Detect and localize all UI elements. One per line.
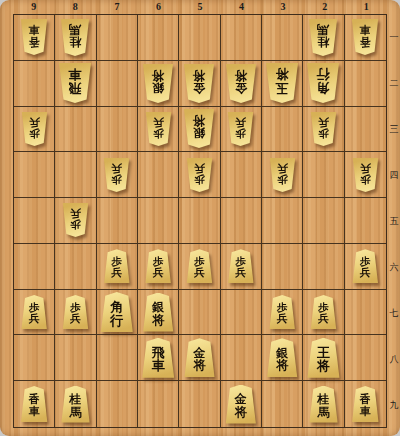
board-cell-4-3[interactable]: 歩兵 xyxy=(221,107,262,153)
piece-kanji: 香 xyxy=(29,394,40,405)
piece-face: 桂馬 xyxy=(60,386,90,423)
piece-kanji: 歩 xyxy=(29,127,40,138)
piece-silver-gote[interactable]: 銀将 xyxy=(183,109,215,148)
piece-knight-sente[interactable]: 桂馬 xyxy=(308,386,338,423)
board-cell-4-1[interactable] xyxy=(221,15,262,61)
piece-kanji: 飛 xyxy=(69,82,82,95)
piece-face: 歩兵 xyxy=(145,249,172,283)
piece-pawn-gote[interactable]: 歩兵 xyxy=(21,112,48,146)
piece-kanji: 金 xyxy=(235,393,247,405)
board-cell-7-9[interactable] xyxy=(97,381,138,427)
board-cell-5-7[interactable] xyxy=(179,290,220,336)
board-cell-5-8[interactable]: 金将 xyxy=(179,335,220,381)
piece-silver-sente[interactable]: 銀将 xyxy=(142,293,174,332)
piece-lance-sente[interactable]: 香車 xyxy=(20,386,48,422)
rank-label-5: 五 xyxy=(388,198,400,244)
rank-label-6: 六 xyxy=(388,244,400,290)
board-cell-1-8[interactable] xyxy=(345,335,386,381)
piece-kanji: 将 xyxy=(152,314,164,326)
board-cell-5-4[interactable]: 歩兵 xyxy=(179,152,220,198)
rank-label-8: 八 xyxy=(388,336,400,382)
piece-kanji: 兵 xyxy=(70,208,81,219)
board-cell-9-7[interactable]: 歩兵 xyxy=(14,290,55,336)
rank-coordinate-labels: 一二三四五六七八九 xyxy=(388,14,400,428)
piece-kanji: 兵 xyxy=(236,268,247,279)
piece-kanji: 銀 xyxy=(193,127,205,139)
piece-face: 香車 xyxy=(351,19,379,55)
board-cell-2-9[interactable]: 桂馬 xyxy=(303,381,344,427)
board-cell-7-7[interactable]: 角行 xyxy=(97,290,138,336)
rank-label-9: 九 xyxy=(388,382,400,428)
board-cell-1-2[interactable] xyxy=(345,61,386,107)
board-cell-2-2[interactable]: 角行 xyxy=(303,61,344,107)
piece-face: 香車 xyxy=(351,386,379,422)
piece-knight-gote[interactable]: 桂馬 xyxy=(60,19,90,56)
piece-kanji: 兵 xyxy=(29,117,40,128)
piece-kanji: 歩 xyxy=(236,127,247,138)
piece-kanji: 馬 xyxy=(69,24,81,36)
piece-face: 金将 xyxy=(183,338,215,377)
piece-kanji: 香 xyxy=(360,394,371,405)
piece-face: 歩兵 xyxy=(21,112,48,146)
board-cell-8-6[interactable] xyxy=(55,244,96,290)
piece-face: 歩兵 xyxy=(62,295,89,329)
piece-pawn-sente[interactable]: 歩兵 xyxy=(269,295,296,329)
board-cell-9-4[interactable] xyxy=(14,152,55,198)
piece-kanji: 桂 xyxy=(317,393,329,405)
piece-kanji: 銀 xyxy=(152,301,164,313)
piece-face: 銀将 xyxy=(142,293,174,332)
board-cell-6-1[interactable] xyxy=(138,15,179,61)
piece-pawn-gote[interactable]: 歩兵 xyxy=(352,158,379,192)
piece-face: 桂馬 xyxy=(308,19,338,56)
piece-face: 歩兵 xyxy=(269,295,296,329)
board-cell-7-3[interactable] xyxy=(97,107,138,153)
board-cell-1-1[interactable]: 香車 xyxy=(345,15,386,61)
piece-kanji: 兵 xyxy=(112,268,123,279)
piece-kanji: 将 xyxy=(152,69,164,81)
piece-kanji: 車 xyxy=(152,359,165,372)
piece-kanji: 桂 xyxy=(69,36,81,48)
board-cell-3-7[interactable]: 歩兵 xyxy=(262,290,303,336)
piece-pawn-sente[interactable]: 歩兵 xyxy=(21,295,48,329)
piece-face: 銀将 xyxy=(266,338,298,377)
board-cell-6-6[interactable]: 歩兵 xyxy=(138,244,179,290)
board-cell-6-8[interactable]: 飛車 xyxy=(138,335,179,381)
piece-kanji: 行 xyxy=(110,314,123,327)
file-label-7: 7 xyxy=(96,0,138,14)
piece-face: 角行 xyxy=(306,63,340,103)
piece-kanji: 歩 xyxy=(277,303,288,314)
board-cell-9-3[interactable]: 歩兵 xyxy=(14,107,55,153)
board-cell-8-3[interactable] xyxy=(55,107,96,153)
board-cell-1-4[interactable]: 歩兵 xyxy=(345,152,386,198)
board-cell-6-2[interactable]: 銀将 xyxy=(138,61,179,107)
board-cell-2-6[interactable] xyxy=(303,244,344,290)
board-cell-4-6[interactable]: 歩兵 xyxy=(221,244,262,290)
board-cell-5-6[interactable]: 歩兵 xyxy=(179,244,220,290)
piece-kanji: 兵 xyxy=(360,163,371,174)
piece-kanji: 歩 xyxy=(360,173,371,184)
piece-silver-sente[interactable]: 銀将 xyxy=(266,338,298,377)
piece-kanji: 将 xyxy=(235,406,247,418)
piece-kanji: 金 xyxy=(235,82,247,94)
board-cell-7-2[interactable] xyxy=(97,61,138,107)
piece-face: 王将 xyxy=(306,338,340,378)
board-cell-7-4[interactable]: 歩兵 xyxy=(97,152,138,198)
piece-kanji: 桂 xyxy=(69,393,81,405)
board-cell-9-8[interactable] xyxy=(14,335,55,381)
piece-kanji: 将 xyxy=(317,359,330,372)
file-coordinate-labels: 987654321 xyxy=(13,0,387,14)
piece-pawn-sente[interactable]: 歩兵 xyxy=(227,249,254,283)
board-cell-4-8[interactable] xyxy=(221,335,262,381)
board-cell-3-4[interactable]: 歩兵 xyxy=(262,152,303,198)
piece-pawn-gote[interactable]: 歩兵 xyxy=(103,158,130,192)
board-cell-8-7[interactable]: 歩兵 xyxy=(55,290,96,336)
board-cell-9-2[interactable] xyxy=(14,61,55,107)
piece-face: 角行 xyxy=(100,292,134,332)
piece-kanji: 車 xyxy=(29,406,40,417)
board-cell-1-3[interactable] xyxy=(345,107,386,153)
piece-face: 金将 xyxy=(225,64,257,103)
board-cell-2-3[interactable]: 歩兵 xyxy=(303,107,344,153)
piece-kanji: 角 xyxy=(110,300,123,313)
piece-kanji: 桂 xyxy=(317,36,329,48)
piece-kanji: 兵 xyxy=(29,314,40,325)
piece-face: 歩兵 xyxy=(310,112,337,146)
piece-face: 香車 xyxy=(20,19,48,55)
piece-bishop-gote[interactable]: 角行 xyxy=(306,63,340,103)
board-cell-2-7[interactable]: 歩兵 xyxy=(303,290,344,336)
piece-knight-sente[interactable]: 桂馬 xyxy=(60,386,90,423)
board-cell-8-5[interactable]: 歩兵 xyxy=(55,198,96,244)
piece-kanji: 車 xyxy=(360,25,371,36)
piece-face: 金将 xyxy=(183,64,215,103)
board-cell-3-2[interactable]: 玉将 xyxy=(262,61,303,107)
piece-king-sente[interactable]: 王将 xyxy=(306,338,340,378)
piece-pawn-sente[interactable]: 歩兵 xyxy=(62,295,89,329)
piece-kanji: 王 xyxy=(317,346,330,359)
board-cell-2-8[interactable]: 王将 xyxy=(303,335,344,381)
piece-kanji: 歩 xyxy=(153,127,164,138)
piece-face: 歩兵 xyxy=(103,249,130,283)
piece-pawn-gote[interactable]: 歩兵 xyxy=(310,112,337,146)
rank-label-7: 七 xyxy=(388,290,400,336)
board-cell-8-9[interactable]: 桂馬 xyxy=(55,381,96,427)
board-cell-9-6[interactable] xyxy=(14,244,55,290)
piece-kanji: 香 xyxy=(29,36,40,47)
piece-kanji: 香 xyxy=(360,36,371,47)
board-cell-8-2[interactable]: 飛車 xyxy=(55,61,96,107)
piece-kanji: 馬 xyxy=(317,406,329,418)
piece-pawn-sente[interactable]: 歩兵 xyxy=(352,249,379,283)
board-cell-1-6[interactable]: 歩兵 xyxy=(345,244,386,290)
board-cell-5-2[interactable]: 金将 xyxy=(179,61,220,107)
piece-pawn-gote[interactable]: 歩兵 xyxy=(186,158,213,192)
piece-kanji: 車 xyxy=(69,68,82,81)
board-cell-2-5[interactable] xyxy=(303,198,344,244)
piece-kanji: 車 xyxy=(360,406,371,417)
rank-label-4: 四 xyxy=(388,152,400,198)
piece-kanji: 馬 xyxy=(317,24,329,36)
piece-face: 歩兵 xyxy=(227,112,254,146)
board-cell-3-1[interactable] xyxy=(262,15,303,61)
board-cell-2-1[interactable]: 桂馬 xyxy=(303,15,344,61)
shogi-board: 987654321 一二三四五六七八九 香車桂馬桂馬香車飛車銀将金将金将玉将角行… xyxy=(0,0,400,436)
board-cell-6-4[interactable] xyxy=(138,152,179,198)
board-cell-6-7[interactable]: 銀将 xyxy=(138,290,179,336)
piece-rook-gote[interactable]: 飛車 xyxy=(58,63,92,103)
piece-gold-sente[interactable]: 金将 xyxy=(225,385,257,424)
piece-kanji: 将 xyxy=(193,115,205,127)
file-label-3: 3 xyxy=(262,0,304,14)
board-cell-5-1[interactable] xyxy=(179,15,220,61)
piece-face: 香車 xyxy=(20,386,48,422)
piece-lance-gote[interactable]: 香車 xyxy=(351,19,379,55)
piece-kanji: 兵 xyxy=(194,268,205,279)
piece-face: 桂馬 xyxy=(60,19,90,56)
board-cell-9-9[interactable]: 香車 xyxy=(14,381,55,427)
piece-face: 玉将 xyxy=(265,63,299,103)
rank-label-3: 三 xyxy=(388,106,400,152)
piece-pawn-gote[interactable]: 歩兵 xyxy=(145,112,172,146)
piece-face: 金将 xyxy=(225,385,257,424)
piece-face: 歩兵 xyxy=(352,249,379,283)
board-cell-4-4[interactable] xyxy=(221,152,262,198)
file-label-4: 4 xyxy=(221,0,263,14)
file-label-1: 1 xyxy=(345,0,387,14)
board-cell-2-4[interactable] xyxy=(303,152,344,198)
rank-label-1: 一 xyxy=(388,14,400,60)
board-cell-5-3[interactable]: 銀将 xyxy=(179,107,220,153)
board-cell-7-6[interactable]: 歩兵 xyxy=(97,244,138,290)
piece-kanji: 銀 xyxy=(152,82,164,94)
board-cell-1-7[interactable] xyxy=(345,290,386,336)
piece-kanji: 兵 xyxy=(318,117,329,128)
board-cell-5-5[interactable] xyxy=(179,198,220,244)
board-cell-9-5[interactable] xyxy=(14,198,55,244)
piece-face: 歩兵 xyxy=(103,158,130,192)
piece-kanji: 行 xyxy=(317,68,330,81)
shogi-board-grid: 香車桂馬桂馬香車飛車銀将金将金将玉将角行歩兵歩兵銀将歩兵歩兵歩兵歩兵歩兵歩兵歩兵… xyxy=(13,14,387,428)
piece-pawn-sente[interactable]: 歩兵 xyxy=(310,295,337,329)
board-cell-4-5[interactable] xyxy=(221,198,262,244)
piece-face: 歩兵 xyxy=(21,295,48,329)
board-cell-7-8[interactable] xyxy=(97,335,138,381)
piece-kanji: 将 xyxy=(235,69,247,81)
piece-face: 歩兵 xyxy=(186,249,213,283)
board-cell-4-2[interactable]: 金将 xyxy=(221,61,262,107)
file-label-6: 6 xyxy=(138,0,180,14)
piece-knight-gote[interactable]: 桂馬 xyxy=(308,19,338,56)
piece-lance-sente[interactable]: 香車 xyxy=(351,386,379,422)
board-cell-7-1[interactable] xyxy=(97,15,138,61)
board-cell-6-9[interactable] xyxy=(138,381,179,427)
piece-kanji: 角 xyxy=(317,82,330,95)
piece-face: 飛車 xyxy=(141,338,175,378)
piece-kanji: 将 xyxy=(276,359,288,371)
piece-kanji: 兵 xyxy=(194,163,205,174)
board-cell-9-1[interactable]: 香車 xyxy=(14,15,55,61)
piece-kanji: 馬 xyxy=(69,406,81,418)
piece-kanji: 兵 xyxy=(112,163,123,174)
piece-rook-sente[interactable]: 飛車 xyxy=(141,338,175,378)
piece-lance-gote[interactable]: 香車 xyxy=(20,19,48,55)
board-cell-4-7[interactable] xyxy=(221,290,262,336)
piece-kanji: 歩 xyxy=(318,127,329,138)
piece-face: 歩兵 xyxy=(352,158,379,192)
board-cell-3-6[interactable] xyxy=(262,244,303,290)
piece-kanji: 歩 xyxy=(29,303,40,314)
piece-face: 歩兵 xyxy=(269,158,296,192)
board-cell-6-5[interactable] xyxy=(138,198,179,244)
piece-pawn-sente[interactable]: 歩兵 xyxy=(145,249,172,283)
board-cell-5-9[interactable] xyxy=(179,381,220,427)
piece-face: 飛車 xyxy=(58,63,92,103)
file-label-8: 8 xyxy=(55,0,97,14)
piece-gold-gote[interactable]: 金将 xyxy=(225,64,257,103)
board-cell-3-9[interactable] xyxy=(262,381,303,427)
piece-kanji: 将 xyxy=(276,68,289,81)
file-label-5: 5 xyxy=(179,0,221,14)
piece-king-gote[interactable]: 玉将 xyxy=(265,63,299,103)
piece-face: 銀将 xyxy=(183,109,215,148)
piece-pawn-sente[interactable]: 歩兵 xyxy=(186,249,213,283)
board-cell-3-3[interactable] xyxy=(262,107,303,153)
piece-kanji: 兵 xyxy=(360,268,371,279)
board-cell-8-1[interactable]: 桂馬 xyxy=(55,15,96,61)
piece-face: 歩兵 xyxy=(310,295,337,329)
board-cell-8-4[interactable] xyxy=(55,152,96,198)
piece-kanji: 歩 xyxy=(194,173,205,184)
piece-silver-gote[interactable]: 銀将 xyxy=(142,64,174,103)
board-cell-3-5[interactable] xyxy=(262,198,303,244)
piece-kanji: 兵 xyxy=(277,163,288,174)
piece-kanji: 将 xyxy=(193,359,205,371)
piece-bishop-sente[interactable]: 角行 xyxy=(100,292,134,332)
piece-kanji: 歩 xyxy=(318,303,329,314)
piece-face: 歩兵 xyxy=(186,158,213,192)
piece-kanji: 兵 xyxy=(236,117,247,128)
piece-face: 銀将 xyxy=(142,64,174,103)
piece-kanji: 将 xyxy=(193,69,205,81)
piece-pawn-gote[interactable]: 歩兵 xyxy=(227,112,254,146)
piece-face: 歩兵 xyxy=(145,112,172,146)
board-cell-1-9[interactable]: 香車 xyxy=(345,381,386,427)
piece-kanji: 兵 xyxy=(153,117,164,128)
board-cell-6-3[interactable]: 歩兵 xyxy=(138,107,179,153)
piece-gold-sente[interactable]: 金将 xyxy=(183,338,215,377)
piece-face: 歩兵 xyxy=(62,203,89,237)
piece-kanji: 歩 xyxy=(70,303,81,314)
piece-kanji: 車 xyxy=(29,25,40,36)
piece-pawn-gote[interactable]: 歩兵 xyxy=(269,158,296,192)
piece-kanji: 兵 xyxy=(70,314,81,325)
piece-kanji: 金 xyxy=(193,82,205,94)
piece-kanji: 兵 xyxy=(277,314,288,325)
piece-kanji: 歩 xyxy=(112,173,123,184)
piece-gold-gote[interactable]: 金将 xyxy=(183,64,215,103)
piece-kanji: 玉 xyxy=(276,82,289,95)
piece-pawn-gote[interactable]: 歩兵 xyxy=(62,203,89,237)
piece-face: 歩兵 xyxy=(227,249,254,283)
piece-kanji: 兵 xyxy=(318,314,329,325)
piece-pawn-sente[interactable]: 歩兵 xyxy=(103,249,130,283)
file-label-2: 2 xyxy=(304,0,346,14)
piece-kanji: 歩 xyxy=(70,219,81,230)
board-cell-8-8[interactable] xyxy=(55,335,96,381)
board-cell-7-5[interactable] xyxy=(97,198,138,244)
board-cell-4-9[interactable]: 金将 xyxy=(221,381,262,427)
file-label-9: 9 xyxy=(13,0,55,14)
board-cell-3-8[interactable]: 銀将 xyxy=(262,335,303,381)
rank-label-2: 二 xyxy=(388,60,400,106)
board-cell-1-5[interactable] xyxy=(345,198,386,244)
piece-face: 桂馬 xyxy=(308,386,338,423)
piece-kanji: 兵 xyxy=(153,268,164,279)
piece-kanji: 飛 xyxy=(152,346,165,359)
piece-kanji: 歩 xyxy=(277,173,288,184)
